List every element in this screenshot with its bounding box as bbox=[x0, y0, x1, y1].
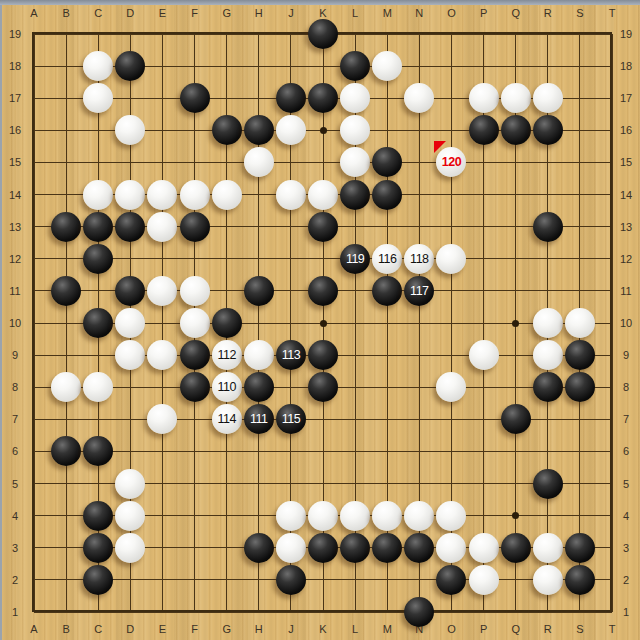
stone-R2[interactable] bbox=[533, 565, 563, 595]
stone-C2[interactable] bbox=[83, 565, 113, 595]
move-number-117: 117 bbox=[410, 285, 428, 298]
column-label-bottom-Q: Q bbox=[511, 623, 520, 635]
column-label-bottom-A: A bbox=[30, 623, 37, 635]
stone-R13[interactable] bbox=[533, 212, 563, 242]
stone-R5[interactable] bbox=[533, 469, 563, 499]
row-label-left-13: 13 bbox=[9, 221, 21, 233]
row-label-left-19: 19 bbox=[9, 28, 21, 40]
stone-H11[interactable] bbox=[244, 276, 274, 306]
move-number-116: 116 bbox=[378, 253, 396, 266]
stone-K14[interactable] bbox=[308, 180, 338, 210]
stone-S9[interactable] bbox=[565, 340, 595, 370]
column-label-top-E: E bbox=[159, 7, 166, 19]
row-label-left-12: 12 bbox=[9, 253, 21, 265]
stone-J17[interactable] bbox=[276, 83, 306, 113]
stone-R9[interactable] bbox=[533, 340, 563, 370]
stone-F13[interactable] bbox=[180, 212, 210, 242]
column-label-bottom-E: E bbox=[159, 623, 166, 635]
stone-Q16[interactable] bbox=[501, 115, 531, 145]
row-label-left-15: 15 bbox=[9, 156, 21, 168]
stone-F8[interactable] bbox=[180, 372, 210, 402]
stone-Q3[interactable] bbox=[501, 533, 531, 563]
stone-D5[interactable] bbox=[115, 469, 145, 499]
move-number-111: 111 bbox=[250, 413, 268, 426]
column-label-top-S: S bbox=[576, 7, 583, 19]
row-label-left-14: 14 bbox=[9, 189, 21, 201]
stone-S10[interactable] bbox=[565, 308, 595, 338]
stone-M3[interactable] bbox=[372, 533, 402, 563]
stone-C3[interactable] bbox=[83, 533, 113, 563]
star-point-K10 bbox=[320, 320, 327, 327]
column-label-top-D: D bbox=[126, 7, 134, 19]
row-label-left-11: 11 bbox=[9, 285, 20, 297]
row-label-left-9: 9 bbox=[12, 349, 18, 361]
stone-S3[interactable] bbox=[565, 533, 595, 563]
column-label-top-A: A bbox=[30, 7, 37, 19]
column-label-top-H: H bbox=[255, 7, 263, 19]
stone-S2[interactable] bbox=[565, 565, 595, 595]
column-label-top-C: C bbox=[94, 7, 102, 19]
row-label-left-16: 16 bbox=[9, 124, 21, 136]
star-point-Q10 bbox=[512, 320, 519, 327]
stone-N11[interactable]: 117 bbox=[404, 276, 434, 306]
column-label-top-N: N bbox=[415, 7, 423, 19]
move-number-110: 110 bbox=[217, 381, 235, 394]
stone-L14[interactable] bbox=[340, 180, 370, 210]
column-label-top-R: R bbox=[544, 7, 552, 19]
stone-H16[interactable] bbox=[244, 115, 274, 145]
stone-J16[interactable] bbox=[276, 115, 306, 145]
stone-K13[interactable] bbox=[308, 212, 338, 242]
move-number-114: 114 bbox=[217, 413, 235, 426]
stone-K19[interactable] bbox=[308, 19, 338, 49]
row-label-left-5: 5 bbox=[12, 478, 18, 490]
stone-C13[interactable] bbox=[83, 212, 113, 242]
stone-L4[interactable] bbox=[340, 501, 370, 531]
move-number-118: 118 bbox=[410, 253, 428, 266]
window-edge-top bbox=[0, 0, 640, 5]
column-label-top-B: B bbox=[62, 7, 69, 19]
stone-F10[interactable] bbox=[180, 308, 210, 338]
column-label-top-K: K bbox=[319, 7, 326, 19]
row-label-right-15: 15 bbox=[620, 156, 632, 168]
column-label-bottom-S: S bbox=[576, 623, 583, 635]
column-label-top-O: O bbox=[447, 7, 456, 19]
move-number-115: 115 bbox=[282, 413, 300, 426]
stone-P2[interactable] bbox=[469, 565, 499, 595]
stone-C4[interactable] bbox=[83, 501, 113, 531]
stone-B13[interactable] bbox=[51, 212, 81, 242]
column-label-bottom-K: K bbox=[319, 623, 326, 635]
stone-P3[interactable] bbox=[469, 533, 499, 563]
stone-J4[interactable] bbox=[276, 501, 306, 531]
stone-M12[interactable]: 116 bbox=[372, 244, 402, 274]
row-label-left-18: 18 bbox=[9, 60, 21, 72]
stone-H3[interactable] bbox=[244, 533, 274, 563]
stone-R10[interactable] bbox=[533, 308, 563, 338]
column-label-bottom-C: C bbox=[94, 623, 102, 635]
row-label-right-14: 14 bbox=[620, 189, 632, 201]
row-label-right-6: 6 bbox=[623, 445, 629, 457]
row-label-right-12: 12 bbox=[620, 253, 632, 265]
row-label-right-10: 10 bbox=[620, 317, 632, 329]
stone-G10[interactable] bbox=[212, 308, 242, 338]
row-label-right-3: 3 bbox=[623, 542, 629, 554]
window-edge-left bbox=[0, 0, 2, 640]
stone-P9[interactable] bbox=[469, 340, 499, 370]
row-label-right-8: 8 bbox=[623, 381, 629, 393]
stone-F9[interactable] bbox=[180, 340, 210, 370]
column-label-bottom-D: D bbox=[126, 623, 134, 635]
column-label-bottom-G: G bbox=[222, 623, 231, 635]
column-label-top-Q: Q bbox=[511, 7, 520, 19]
stone-K9[interactable] bbox=[308, 340, 338, 370]
move-number-113: 113 bbox=[282, 349, 300, 362]
stone-P17[interactable] bbox=[469, 83, 499, 113]
stone-N4[interactable] bbox=[404, 501, 434, 531]
stone-O4[interactable] bbox=[436, 501, 466, 531]
column-label-top-L: L bbox=[352, 7, 358, 19]
stone-J3[interactable] bbox=[276, 533, 306, 563]
column-label-top-G: G bbox=[222, 7, 231, 19]
stone-J9[interactable]: 113 bbox=[276, 340, 306, 370]
stone-L12[interactable]: 119 bbox=[340, 244, 370, 274]
stone-F17[interactable] bbox=[180, 83, 210, 113]
row-label-right-4: 4 bbox=[623, 510, 629, 522]
row-label-left-6: 6 bbox=[12, 445, 18, 457]
stone-J7[interactable]: 115 bbox=[276, 404, 306, 434]
stone-J2[interactable] bbox=[276, 565, 306, 595]
move-number-112: 112 bbox=[217, 349, 235, 362]
stone-N12[interactable]: 118 bbox=[404, 244, 434, 274]
stone-F11[interactable] bbox=[180, 276, 210, 306]
row-label-right-9: 9 bbox=[623, 349, 629, 361]
stone-R17[interactable] bbox=[533, 83, 563, 113]
stone-G16[interactable] bbox=[212, 115, 242, 145]
column-label-bottom-F: F bbox=[191, 623, 198, 635]
row-label-right-18: 18 bbox=[620, 60, 632, 72]
row-label-left-3: 3 bbox=[12, 542, 18, 554]
stone-N3[interactable] bbox=[404, 533, 434, 563]
row-label-right-1: 1 bbox=[623, 606, 629, 618]
column-label-bottom-O: O bbox=[447, 623, 456, 635]
stone-D3[interactable] bbox=[115, 533, 145, 563]
stone-D14[interactable] bbox=[115, 180, 145, 210]
stone-R16[interactable] bbox=[533, 115, 563, 145]
stone-G8[interactable]: 110 bbox=[212, 372, 242, 402]
stone-K3[interactable] bbox=[308, 533, 338, 563]
row-label-right-13: 13 bbox=[620, 221, 632, 233]
stone-J14[interactable] bbox=[276, 180, 306, 210]
stone-D11[interactable] bbox=[115, 276, 145, 306]
stone-E13[interactable] bbox=[147, 212, 177, 242]
stone-D4[interactable] bbox=[115, 501, 145, 531]
column-label-top-M: M bbox=[383, 7, 392, 19]
column-label-bottom-L: L bbox=[352, 623, 358, 635]
stone-S8[interactable] bbox=[565, 372, 595, 402]
column-label-bottom-P: P bbox=[480, 623, 487, 635]
stone-K4[interactable] bbox=[308, 501, 338, 531]
stone-H7[interactable]: 111 bbox=[244, 404, 274, 434]
stone-R8[interactable] bbox=[533, 372, 563, 402]
row-label-right-19: 19 bbox=[620, 28, 632, 40]
stone-G14[interactable] bbox=[212, 180, 242, 210]
stone-M11[interactable] bbox=[372, 276, 402, 306]
column-label-bottom-B: B bbox=[62, 623, 69, 635]
row-label-right-11: 11 bbox=[620, 285, 631, 297]
stone-H9[interactable] bbox=[244, 340, 274, 370]
stone-N1[interactable] bbox=[404, 597, 434, 627]
column-label-top-F: F bbox=[191, 7, 198, 19]
row-label-left-4: 4 bbox=[12, 510, 18, 522]
row-label-right-7: 7 bbox=[623, 413, 629, 425]
stone-G9[interactable]: 112 bbox=[212, 340, 242, 370]
stone-C12[interactable] bbox=[83, 244, 113, 274]
row-label-right-16: 16 bbox=[620, 124, 632, 136]
row-label-right-17: 17 bbox=[620, 92, 632, 104]
column-label-bottom-R: R bbox=[544, 623, 552, 635]
column-label-bottom-M: M bbox=[383, 623, 392, 635]
move-number-120: 120 bbox=[442, 156, 461, 169]
stone-B11[interactable] bbox=[51, 276, 81, 306]
stone-P16[interactable] bbox=[469, 115, 499, 145]
last-move-marker-icon bbox=[434, 141, 446, 153]
column-label-top-T: T bbox=[609, 7, 616, 19]
row-label-right-5: 5 bbox=[623, 478, 629, 490]
move-number-119: 119 bbox=[346, 253, 364, 266]
column-label-bottom-T: T bbox=[609, 623, 616, 635]
stone-Q7[interactable] bbox=[501, 404, 531, 434]
column-label-top-P: P bbox=[480, 7, 487, 19]
column-label-bottom-H: H bbox=[255, 623, 263, 635]
go-board-screen: AABBCCDDEEFFGGHHJJKKLLMMNNOOPPQQRRSSTT19… bbox=[0, 0, 640, 640]
stone-H8[interactable] bbox=[244, 372, 274, 402]
column-label-top-J: J bbox=[288, 7, 294, 19]
stone-K11[interactable] bbox=[308, 276, 338, 306]
column-label-bottom-J: J bbox=[288, 623, 294, 635]
stone-M14[interactable] bbox=[372, 180, 402, 210]
row-label-left-8: 8 bbox=[12, 381, 18, 393]
stone-M4[interactable] bbox=[372, 501, 402, 531]
row-label-left-2: 2 bbox=[12, 574, 18, 586]
stone-G7[interactable]: 114 bbox=[212, 404, 242, 434]
stone-Q17[interactable] bbox=[501, 83, 531, 113]
stone-R3[interactable] bbox=[533, 533, 563, 563]
row-label-left-17: 17 bbox=[9, 92, 21, 104]
star-point-K16 bbox=[320, 127, 327, 134]
row-label-left-7: 7 bbox=[12, 413, 18, 425]
stone-D13[interactable] bbox=[115, 212, 145, 242]
stone-C14[interactable] bbox=[83, 180, 113, 210]
row-label-left-1: 1 bbox=[12, 606, 18, 618]
stone-L3[interactable] bbox=[340, 533, 370, 563]
stone-F14[interactable] bbox=[180, 180, 210, 210]
row-label-left-10: 10 bbox=[9, 317, 21, 329]
row-label-right-2: 2 bbox=[623, 574, 629, 586]
stone-E14[interactable] bbox=[147, 180, 177, 210]
